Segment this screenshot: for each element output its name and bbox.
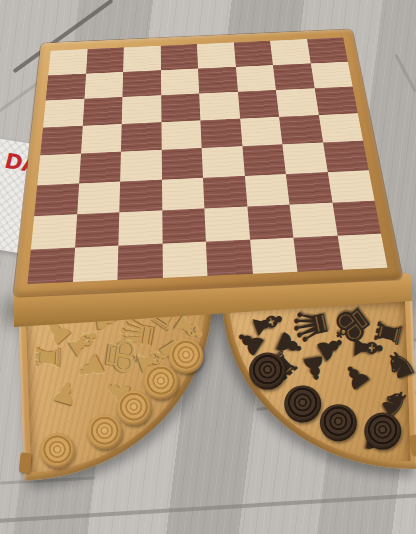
chess-board xyxy=(13,29,403,297)
square-g7 xyxy=(273,63,314,90)
square-f8 xyxy=(233,41,272,67)
square-c1 xyxy=(117,243,162,280)
square-a8 xyxy=(48,49,87,75)
square-b8 xyxy=(86,47,124,73)
square-e3 xyxy=(203,176,247,209)
square-d7 xyxy=(161,68,200,95)
square-e2 xyxy=(204,206,249,241)
square-e1 xyxy=(206,239,253,276)
square-g8 xyxy=(270,39,310,65)
square-c5 xyxy=(121,122,161,152)
square-b6 xyxy=(82,97,122,125)
square-h3 xyxy=(327,170,374,203)
square-a4 xyxy=(37,153,80,184)
square-d3 xyxy=(162,177,205,210)
square-d5 xyxy=(161,120,202,150)
square-d6 xyxy=(161,93,201,121)
square-g5 xyxy=(279,115,323,145)
square-c2 xyxy=(118,210,162,245)
photo-scene: DA ♟♝♟♛♜♝♚♟♝♜♞♟♟♟ ♟♝♟♛♟♚♝♜♞♟♟♜♞♟ xyxy=(0,0,416,534)
square-b3 xyxy=(77,181,120,214)
square-g2 xyxy=(289,203,337,238)
square-a6 xyxy=(43,99,84,127)
square-g4 xyxy=(282,142,327,173)
square-f7 xyxy=(235,65,275,92)
square-b2 xyxy=(75,212,120,247)
square-d4 xyxy=(161,148,203,179)
square-g1 xyxy=(293,235,342,272)
square-c4 xyxy=(120,150,161,181)
square-c7 xyxy=(122,70,160,97)
square-e6 xyxy=(199,92,240,120)
square-d8 xyxy=(160,44,198,70)
square-b4 xyxy=(79,152,121,183)
square-h4 xyxy=(323,141,369,172)
square-a1 xyxy=(27,247,74,284)
board-grid xyxy=(27,37,387,284)
square-c6 xyxy=(122,95,161,123)
square-g6 xyxy=(276,88,318,116)
square-h8 xyxy=(307,37,348,63)
square-f4 xyxy=(242,144,286,175)
square-e7 xyxy=(198,66,238,93)
square-c3 xyxy=(119,179,162,212)
drawer-tab xyxy=(19,452,32,473)
square-e5 xyxy=(200,118,242,148)
square-b7 xyxy=(84,72,123,99)
square-f6 xyxy=(238,90,280,118)
square-f2 xyxy=(247,205,293,240)
square-b1 xyxy=(72,245,118,282)
square-f3 xyxy=(244,174,289,207)
square-a2 xyxy=(31,214,77,249)
square-h2 xyxy=(332,201,381,236)
square-d2 xyxy=(162,208,206,243)
square-f1 xyxy=(250,237,298,274)
square-h1 xyxy=(337,233,387,269)
square-e8 xyxy=(197,42,236,68)
square-h6 xyxy=(314,87,357,115)
square-g3 xyxy=(286,172,332,205)
square-h5 xyxy=(318,113,363,143)
square-d1 xyxy=(162,241,207,278)
chess-piece-rook: ♜ xyxy=(31,342,66,373)
square-f5 xyxy=(240,116,283,146)
square-e4 xyxy=(202,146,245,177)
square-a5 xyxy=(40,125,82,155)
square-c8 xyxy=(123,46,160,72)
square-b5 xyxy=(81,124,122,154)
square-a3 xyxy=(34,183,79,216)
square-h7 xyxy=(310,61,352,88)
square-a7 xyxy=(46,73,86,100)
board-surface xyxy=(27,37,387,284)
